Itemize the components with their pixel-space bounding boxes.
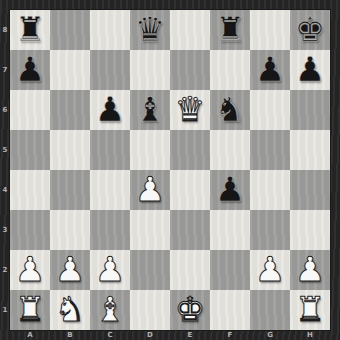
file-label-f: F	[210, 330, 250, 340]
square-f3[interactable]	[210, 210, 250, 250]
board-grid: ♜♛♜♚♟♟♟♟♝♛♞♟♟♟♟♟♟♟♜♞♝♚♜	[10, 10, 330, 330]
square-b4[interactable]	[50, 170, 90, 210]
piece-white-rook[interactable]: ♜	[295, 289, 325, 329]
square-h2[interactable]: ♟	[290, 250, 330, 290]
square-f5[interactable]	[210, 130, 250, 170]
file-label-e: E	[170, 330, 210, 340]
square-a7[interactable]: ♟	[10, 50, 50, 90]
square-h6[interactable]	[290, 90, 330, 130]
piece-white-queen[interactable]: ♛	[175, 89, 205, 129]
square-g7[interactable]: ♟	[250, 50, 290, 90]
square-a8[interactable]: ♜	[10, 10, 50, 50]
square-d7[interactable]	[130, 50, 170, 90]
square-f2[interactable]	[210, 250, 250, 290]
piece-black-queen[interactable]: ♛	[135, 9, 165, 49]
square-f8[interactable]: ♜	[210, 10, 250, 50]
square-f6[interactable]: ♞	[210, 90, 250, 130]
square-g8[interactable]	[250, 10, 290, 50]
piece-black-pawn[interactable]: ♟	[95, 89, 125, 129]
square-h4[interactable]	[290, 170, 330, 210]
piece-black-pawn[interactable]: ♟	[15, 49, 45, 89]
file-label-a: A	[10, 330, 50, 340]
square-f4[interactable]: ♟	[210, 170, 250, 210]
square-e7[interactable]	[170, 50, 210, 90]
file-label-c: C	[90, 330, 130, 340]
square-d6[interactable]: ♝	[130, 90, 170, 130]
square-e8[interactable]	[170, 10, 210, 50]
square-e4[interactable]	[170, 170, 210, 210]
file-label-h: H	[290, 330, 330, 340]
square-d4[interactable]: ♟	[130, 170, 170, 210]
piece-white-pawn[interactable]: ♟	[255, 249, 285, 289]
square-e6[interactable]: ♛	[170, 90, 210, 130]
square-f1[interactable]	[210, 290, 250, 330]
square-a6[interactable]	[10, 90, 50, 130]
piece-black-pawn[interactable]: ♟	[295, 49, 325, 89]
rank-label-8: 8	[0, 10, 10, 50]
piece-white-king[interactable]: ♚	[175, 289, 205, 329]
square-e5[interactable]	[170, 130, 210, 170]
square-a4[interactable]	[10, 170, 50, 210]
square-h5[interactable]	[290, 130, 330, 170]
square-g6[interactable]	[250, 90, 290, 130]
square-h1[interactable]: ♜	[290, 290, 330, 330]
file-label-g: G	[250, 330, 290, 340]
square-h3[interactable]	[290, 210, 330, 250]
square-d2[interactable]	[130, 250, 170, 290]
square-c8[interactable]	[90, 10, 130, 50]
piece-white-pawn[interactable]: ♟	[295, 249, 325, 289]
square-b5[interactable]	[50, 130, 90, 170]
file-label-b: B	[50, 330, 90, 340]
square-a5[interactable]	[10, 130, 50, 170]
piece-black-knight[interactable]: ♞	[215, 89, 245, 129]
square-e3[interactable]	[170, 210, 210, 250]
piece-white-pawn[interactable]: ♟	[95, 249, 125, 289]
rank-label-1: 1	[0, 290, 10, 330]
piece-white-pawn[interactable]: ♟	[135, 169, 165, 209]
piece-black-rook[interactable]: ♜	[215, 9, 245, 49]
rank-label-5: 5	[0, 130, 10, 170]
square-d3[interactable]	[130, 210, 170, 250]
rank-label-3: 3	[0, 210, 10, 250]
rank-label-7: 7	[0, 50, 10, 90]
square-b3[interactable]	[50, 210, 90, 250]
square-f7[interactable]	[210, 50, 250, 90]
square-b7[interactable]	[50, 50, 90, 90]
rank-label-6: 6	[0, 90, 10, 130]
square-c3[interactable]	[90, 210, 130, 250]
square-a2[interactable]: ♟	[10, 250, 50, 290]
chess-board: ♜♛♜♚♟♟♟♟♝♛♞♟♟♟♟♟♟♟♜♞♝♚♜ 87654321 ABCDEFG…	[0, 0, 340, 340]
piece-black-rook[interactable]: ♜	[15, 9, 45, 49]
square-b8[interactable]	[50, 10, 90, 50]
piece-black-pawn[interactable]: ♟	[255, 49, 285, 89]
square-h7[interactable]: ♟	[290, 50, 330, 90]
piece-white-rook[interactable]: ♜	[15, 289, 45, 329]
piece-white-pawn[interactable]: ♟	[15, 249, 45, 289]
square-e1[interactable]: ♚	[170, 290, 210, 330]
square-g2[interactable]: ♟	[250, 250, 290, 290]
square-g3[interactable]	[250, 210, 290, 250]
rank-label-4: 4	[0, 170, 10, 210]
square-c2[interactable]: ♟	[90, 250, 130, 290]
square-d5[interactable]	[130, 130, 170, 170]
piece-white-pawn[interactable]: ♟	[55, 249, 85, 289]
square-h8[interactable]: ♚	[290, 10, 330, 50]
square-e2[interactable]	[170, 250, 210, 290]
square-a3[interactable]	[10, 210, 50, 250]
piece-white-bishop[interactable]: ♝	[95, 289, 125, 329]
piece-white-knight[interactable]: ♞	[55, 289, 85, 329]
square-g4[interactable]	[250, 170, 290, 210]
square-b2[interactable]: ♟	[50, 250, 90, 290]
square-a1[interactable]: ♜	[10, 290, 50, 330]
square-c6[interactable]: ♟	[90, 90, 130, 130]
square-c1[interactable]: ♝	[90, 290, 130, 330]
square-d1[interactable]	[130, 290, 170, 330]
square-d8[interactable]: ♛	[130, 10, 170, 50]
square-g1[interactable]	[250, 290, 290, 330]
square-c5[interactable]	[90, 130, 130, 170]
piece-black-king[interactable]: ♚	[295, 9, 325, 49]
square-g5[interactable]	[250, 130, 290, 170]
square-b1[interactable]: ♞	[50, 290, 90, 330]
square-b6[interactable]	[50, 90, 90, 130]
rank-label-2: 2	[0, 250, 10, 290]
square-c7[interactable]	[90, 50, 130, 90]
piece-black-pawn[interactable]: ♟	[215, 169, 245, 209]
file-label-d: D	[130, 330, 170, 340]
square-c4[interactable]	[90, 170, 130, 210]
piece-black-bishop[interactable]: ♝	[135, 89, 165, 129]
